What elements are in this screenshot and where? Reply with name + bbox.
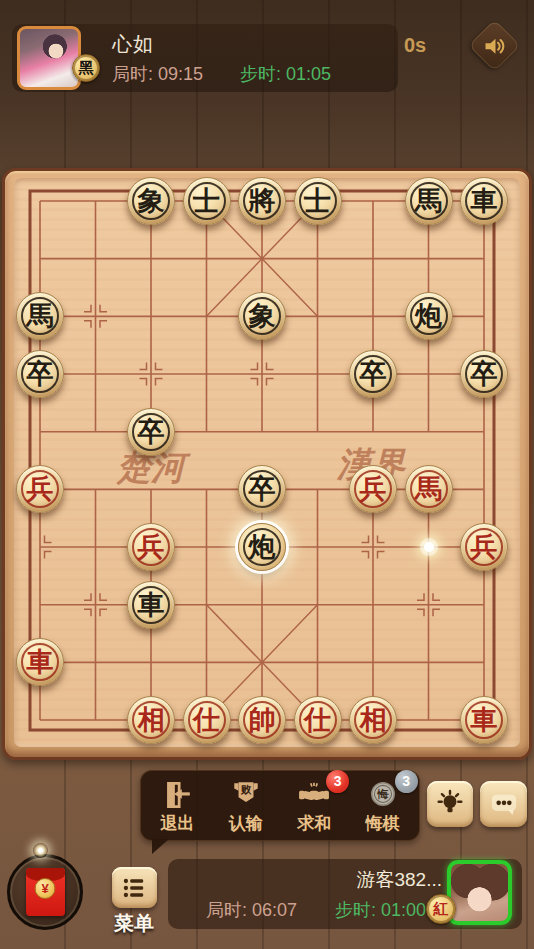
- undo-move-button[interactable]: 悔 3 悔棋: [352, 775, 414, 837]
- piece-red-general[interactable]: 帥: [238, 696, 286, 744]
- game-toolbar: 退出 败 认输 3 求和 悔: [140, 770, 420, 841]
- envelope-sparkle: [33, 843, 48, 858]
- piece-character: 車: [465, 182, 503, 220]
- piece-red-soldier[interactable]: 兵: [349, 465, 397, 513]
- piece-black-advisor[interactable]: 士: [294, 177, 342, 225]
- piece-red-elephant[interactable]: 相: [349, 696, 397, 744]
- piece-black-soldier[interactable]: 卒: [16, 350, 64, 398]
- piece-character: 車: [21, 643, 59, 681]
- piece-red-soldier[interactable]: 兵: [16, 465, 64, 513]
- black-side-badge: 黑: [72, 54, 100, 82]
- piece-black-chariot[interactable]: 車: [127, 581, 175, 629]
- hint-button[interactable]: [427, 781, 473, 827]
- piece-character: 卒: [354, 355, 392, 393]
- piece-black-soldier[interactable]: 卒: [238, 465, 286, 513]
- piece-black-cannon[interactable]: 炮: [405, 292, 453, 340]
- menu-label: 菜单: [111, 910, 157, 937]
- piece-black-elephant[interactable]: 象: [238, 292, 286, 340]
- resign-banner-icon: 败: [230, 779, 262, 811]
- piece-character: 馬: [21, 297, 59, 335]
- piece-character: 仕: [299, 701, 337, 739]
- piece-character: 炮: [243, 528, 281, 566]
- piece-red-elephant[interactable]: 相: [127, 696, 175, 744]
- bottom-player-avatar[interactable]: [447, 860, 512, 925]
- piece-red-advisor[interactable]: 仕: [294, 696, 342, 744]
- piece-character: 炮: [410, 297, 448, 335]
- resign-button[interactable]: 败 认输: [215, 775, 277, 837]
- piece-red-soldier[interactable]: 兵: [460, 523, 508, 571]
- piece-character: 馬: [410, 182, 448, 220]
- piece-character: 士: [299, 182, 337, 220]
- exit-button[interactable]: 退出: [146, 775, 208, 837]
- red-envelope-icon: ¥: [26, 868, 65, 916]
- piece-character: 仕: [188, 701, 226, 739]
- piece-character: 象: [132, 182, 170, 220]
- piece-character: 相: [132, 701, 170, 739]
- top-player-avatar[interactable]: [17, 26, 81, 90]
- piece-character: 卒: [21, 355, 59, 393]
- xiangqi-board[interactable]: 楚河漢界象士將士馬車馬象炮卒卒卒卒兵卒兵馬兵炮兵車車相仕帥仕相車: [2, 168, 532, 760]
- piece-red-chariot[interactable]: 車: [460, 696, 508, 744]
- piece-character: 相: [354, 701, 392, 739]
- piece-character: 車: [132, 586, 170, 624]
- sound-button[interactable]: [468, 19, 520, 71]
- menu-button[interactable]: [112, 867, 157, 908]
- top-game-time: 局时: 09:15: [112, 62, 203, 86]
- undo-badge: 3: [395, 770, 418, 793]
- svg-text:悔: 悔: [376, 788, 389, 800]
- red-envelope-button[interactable]: ¥: [7, 854, 83, 930]
- lightbulb-icon: [435, 789, 465, 819]
- chat-dots-icon: [489, 789, 519, 819]
- top-player-name: 心如: [112, 31, 154, 58]
- piece-black-soldier[interactable]: 卒: [460, 350, 508, 398]
- piece-character: 將: [243, 182, 281, 220]
- piece-character: 卒: [465, 355, 503, 393]
- bottom-player-name: 游客382...: [356, 867, 442, 893]
- piece-character: 卒: [132, 413, 170, 451]
- piece-character: 帥: [243, 701, 281, 739]
- piece-character: 兵: [21, 470, 59, 508]
- turn-countdown: 0s: [404, 34, 426, 57]
- piece-black-soldier[interactable]: 卒: [127, 408, 175, 456]
- speaker-icon: [483, 34, 507, 58]
- bottom-game-time: 局时: 06:07: [206, 898, 297, 922]
- undo-piece-icon: 悔: [367, 779, 399, 811]
- piece-character: 馬: [410, 470, 448, 508]
- piece-character: 兵: [354, 470, 392, 508]
- piece-black-general[interactable]: 將: [238, 177, 286, 225]
- menu-widget: 菜单: [111, 867, 157, 937]
- svg-text:败: 败: [239, 783, 251, 795]
- menu-list-icon: [120, 874, 148, 902]
- piece-black-horse[interactable]: 馬: [405, 177, 453, 225]
- piece-character: 士: [188, 182, 226, 220]
- chat-button[interactable]: [480, 781, 527, 827]
- piece-character: 兵: [132, 528, 170, 566]
- piece-red-horse[interactable]: 馬: [405, 465, 453, 513]
- draw-request-button[interactable]: 3 求和: [283, 775, 345, 837]
- piece-character: 車: [465, 701, 503, 739]
- draw-badge: 3: [326, 770, 349, 793]
- piece-red-soldier[interactable]: 兵: [127, 523, 175, 571]
- red-side-badge: 紅: [426, 894, 456, 924]
- piece-character: 卒: [243, 470, 281, 508]
- piece-black-horse[interactable]: 馬: [16, 292, 64, 340]
- piece-character: 象: [243, 297, 281, 335]
- piece-black-chariot[interactable]: 車: [460, 177, 508, 225]
- exit-door-icon: [161, 779, 193, 811]
- top-move-time: 步时: 01:05: [240, 62, 331, 86]
- piece-black-cannon[interactable]: 炮: [238, 523, 286, 571]
- last-move-source-dot: [424, 542, 434, 552]
- piece-red-advisor[interactable]: 仕: [183, 696, 231, 744]
- piece-black-elephant[interactable]: 象: [127, 177, 175, 225]
- piece-character: 兵: [465, 528, 503, 566]
- piece-black-advisor[interactable]: 士: [183, 177, 231, 225]
- xiangqi-app-screen: { "game": "xiangqi", "position": { "fen"…: [0, 0, 534, 949]
- piece-black-soldier[interactable]: 卒: [349, 350, 397, 398]
- bottom-move-time: 步时: 01:00: [335, 898, 426, 922]
- yen-coin-icon: ¥: [35, 878, 56, 899]
